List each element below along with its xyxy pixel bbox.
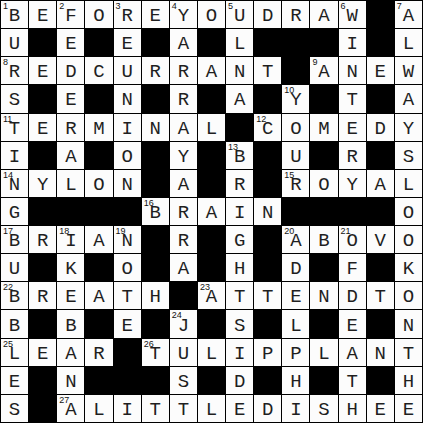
cell-letter: B <box>65 317 76 336</box>
cell-letter: T <box>403 345 414 364</box>
cell-letter: A <box>403 91 414 110</box>
letter-cell[interactable]: R <box>142 57 169 84</box>
cell-letter: E <box>9 373 20 392</box>
letter-cell[interactable]: I <box>114 114 141 141</box>
cell-letter: D <box>262 401 273 420</box>
letter-cell[interactable]: 27A <box>57 395 84 422</box>
cell-letter: A <box>318 63 329 82</box>
cell-letter: T <box>121 288 132 307</box>
letter-cell[interactable]: R <box>282 1 309 28</box>
letter-cell[interactable]: 17B <box>1 226 28 253</box>
letter-cell[interactable]: 6W <box>339 1 366 28</box>
letter-cell[interactable]: 9A <box>310 57 337 84</box>
letter-cell[interactable]: L <box>198 339 225 366</box>
cell-letter: K <box>65 260 76 279</box>
letter-cell[interactable]: O <box>85 1 112 28</box>
cell-letter: E <box>37 120 48 139</box>
cell-letter: R <box>65 120 76 139</box>
clue-number: 6 <box>341 1 346 11</box>
cell-letter: A <box>178 35 189 54</box>
letter-cell[interactable]: E <box>367 57 394 84</box>
letter-cell[interactable]: E <box>57 282 84 309</box>
cell-letter: H <box>150 288 161 307</box>
letter-cell[interactable]: T <box>395 339 422 366</box>
letter-cell[interactable]: D <box>226 367 253 394</box>
letter-cell[interactable]: E <box>339 310 366 337</box>
cell-letter: A <box>206 204 217 223</box>
letter-cell[interactable]: P <box>254 339 281 366</box>
letter-cell[interactable]: E <box>226 395 253 422</box>
cell-letter: S <box>234 317 245 336</box>
cell-letter: A <box>318 7 329 26</box>
black-cell <box>57 198 84 225</box>
letter-cell[interactable]: N <box>57 367 84 394</box>
letter-cell[interactable]: 16B <box>142 198 169 225</box>
letter-cell[interactable]: R <box>29 226 56 253</box>
cell-letter: H <box>346 401 357 420</box>
letter-cell[interactable]: A <box>367 170 394 197</box>
black-cell <box>254 142 281 169</box>
letter-cell[interactable]: K <box>57 254 84 281</box>
cell-letter: D <box>234 373 245 392</box>
letter-cell[interactable]: C <box>85 57 112 84</box>
letter-cell[interactable]: S <box>310 395 337 422</box>
letter-cell[interactable]: E <box>114 29 141 56</box>
black-cell <box>254 367 281 394</box>
letter-cell[interactable]: L <box>282 310 309 337</box>
black-cell <box>282 198 309 225</box>
letter-cell[interactable]: E <box>29 114 56 141</box>
cell-letter: B <box>318 232 329 251</box>
letter-cell[interactable]: E <box>282 282 309 309</box>
cell-letter: O <box>93 7 104 26</box>
letter-cell[interactable]: 12C <box>254 114 281 141</box>
cell-letter: A <box>206 63 217 82</box>
letter-cell[interactable]: M <box>310 114 337 141</box>
cell-letter: R <box>178 91 189 110</box>
letter-cell[interactable]: E <box>29 339 56 366</box>
clue-number: 11 <box>3 114 12 124</box>
cell-letter: C <box>93 63 104 82</box>
letter-cell[interactable]: Y <box>170 142 197 169</box>
black-cell <box>29 254 56 281</box>
black-cell <box>198 142 225 169</box>
black-cell <box>29 395 56 422</box>
letter-cell[interactable]: O <box>395 282 422 309</box>
letter-cell[interactable]: R <box>170 85 197 112</box>
letter-cell[interactable]: O <box>395 226 422 253</box>
black-cell <box>367 310 394 337</box>
letter-cell[interactable]: S <box>1 395 28 422</box>
clue-number: 24 <box>172 310 182 320</box>
letter-cell[interactable]: N <box>114 170 141 197</box>
letter-cell[interactable]: I <box>339 29 366 56</box>
black-cell <box>29 198 56 225</box>
cell-letter: A <box>65 345 76 364</box>
black-cell <box>29 29 56 56</box>
cell-letter: V <box>375 232 386 251</box>
black-cell <box>142 310 169 337</box>
letter-cell[interactable]: A <box>57 339 84 366</box>
clue-number: 8 <box>3 57 8 67</box>
letter-cell[interactable]: A <box>198 57 225 84</box>
letter-cell[interactable]: L <box>395 170 422 197</box>
letter-cell[interactable]: T <box>254 282 281 309</box>
letter-cell[interactable]: T <box>367 282 394 309</box>
cell-letter: T <box>150 401 161 420</box>
letter-cell[interactable]: E <box>57 29 84 56</box>
letter-cell[interactable]: I <box>282 395 309 422</box>
black-cell <box>198 170 225 197</box>
letter-cell[interactable]: 5U <box>226 1 253 28</box>
letter-cell[interactable]: V <box>367 226 394 253</box>
letter-cell[interactable]: L <box>57 170 84 197</box>
letter-cell[interactable]: T <box>339 85 366 112</box>
letter-cell[interactable]: H <box>142 282 169 309</box>
cell-letter: N <box>403 317 414 336</box>
letter-cell[interactable]: R <box>29 282 56 309</box>
cell-letter: E <box>375 401 386 420</box>
cell-letter: T <box>262 288 273 307</box>
cell-letter: R <box>234 176 245 195</box>
clue-number: 20 <box>284 226 294 236</box>
cell-letter: A <box>178 260 189 279</box>
letter-cell[interactable]: 4Y <box>170 1 197 28</box>
clue-number: 21 <box>341 226 351 236</box>
letter-cell[interactable]: L <box>198 395 225 422</box>
letter-cell[interactable]: I <box>226 339 253 366</box>
cell-letter: D <box>290 260 301 279</box>
letter-cell[interactable]: E <box>395 395 422 422</box>
cell-letter: L <box>206 120 217 139</box>
letter-cell[interactable]: E <box>29 1 56 28</box>
cell-letter: S <box>318 401 329 420</box>
letter-cell[interactable]: Y <box>29 170 56 197</box>
letter-cell[interactable]: O <box>198 1 225 28</box>
letter-cell[interactable]: 25L <box>1 339 28 366</box>
black-cell <box>254 170 281 197</box>
letter-cell[interactable]: D <box>254 1 281 28</box>
letter-cell[interactable]: B <box>1 310 28 337</box>
letter-cell[interactable]: A <box>310 1 337 28</box>
letter-cell[interactable]: H <box>395 367 422 394</box>
letter-cell[interactable]: H <box>282 367 309 394</box>
cell-letter: H <box>290 373 301 392</box>
letter-cell[interactable]: T <box>170 395 197 422</box>
cell-letter: R <box>121 7 132 26</box>
letter-cell[interactable]: L <box>198 114 225 141</box>
letter-cell[interactable]: N <box>395 310 422 337</box>
black-cell <box>367 254 394 281</box>
cell-letter: O <box>121 148 132 167</box>
cell-letter: E <box>290 288 301 307</box>
cell-letter: I <box>234 345 245 364</box>
black-cell <box>282 57 309 84</box>
letter-cell[interactable]: 2F <box>57 1 84 28</box>
letter-cell[interactable]: 19N <box>114 226 141 253</box>
clue-number: 2 <box>59 1 64 11</box>
cell-letter: E <box>65 35 76 54</box>
letter-cell[interactable]: G <box>1 198 28 225</box>
black-cell <box>29 85 56 112</box>
letter-cell[interactable]: B <box>310 226 337 253</box>
cell-letter: L <box>318 345 329 364</box>
letter-cell[interactable]: N <box>254 198 281 225</box>
black-cell <box>142 29 169 56</box>
letter-cell[interactable]: S <box>1 85 28 112</box>
letter-cell[interactable]: E <box>1 367 28 394</box>
black-cell <box>198 367 225 394</box>
letter-cell[interactable]: 18I <box>57 226 84 253</box>
letter-cell[interactable]: 20A <box>282 226 309 253</box>
letter-cell[interactable]: T <box>339 367 366 394</box>
black-cell <box>310 254 337 281</box>
letter-cell[interactable]: U <box>170 339 197 366</box>
letter-cell[interactable]: N <box>310 282 337 309</box>
letter-cell[interactable]: R <box>170 57 197 84</box>
letter-cell[interactable]: 10Y <box>282 85 309 112</box>
cell-letter: A <box>93 232 104 251</box>
letter-cell[interactable]: N <box>367 339 394 366</box>
letter-cell[interactable]: O <box>85 170 112 197</box>
black-cell <box>367 367 394 394</box>
letter-cell[interactable]: E <box>142 1 169 28</box>
clue-number: 27 <box>59 395 69 405</box>
black-cell <box>142 142 169 169</box>
letter-cell[interactable]: A <box>226 85 253 112</box>
cell-letter: U <box>234 7 245 26</box>
letter-cell[interactable]: A <box>85 226 112 253</box>
cell-letter: B <box>9 7 20 26</box>
letter-cell[interactable]: E <box>367 395 394 422</box>
black-cell <box>170 282 197 309</box>
letter-cell[interactable]: O <box>310 170 337 197</box>
cell-letter: Y <box>178 7 189 26</box>
clue-number: 10 <box>284 85 294 95</box>
letter-cell[interactable]: A <box>85 282 112 309</box>
black-cell <box>142 85 169 112</box>
cell-letter: R <box>9 63 20 82</box>
cell-letter: I <box>346 35 357 54</box>
clue-number: 1 <box>3 1 8 11</box>
cell-letter: N <box>318 288 329 307</box>
letter-cell[interactable]: A <box>395 85 422 112</box>
black-cell <box>29 142 56 169</box>
letter-cell[interactable]: R <box>226 170 253 197</box>
cell-letter: E <box>37 345 48 364</box>
cell-letter: S <box>178 373 189 392</box>
cell-letter: G <box>234 232 245 251</box>
cell-letter: D <box>65 63 76 82</box>
letter-cell[interactable]: U <box>1 254 28 281</box>
cell-letter: T <box>178 401 189 420</box>
black-cell <box>310 367 337 394</box>
letter-cell[interactable]: E <box>339 114 366 141</box>
letter-cell[interactable]: A <box>339 339 366 366</box>
letter-cell[interactable]: Y <box>339 170 366 197</box>
letter-cell[interactable]: 3R <box>114 1 141 28</box>
letter-cell[interactable]: A <box>170 29 197 56</box>
cell-letter: E <box>121 35 132 54</box>
cell-letter: R <box>150 63 161 82</box>
letter-cell[interactable]: 21O <box>339 226 366 253</box>
letter-cell[interactable]: E <box>29 57 56 84</box>
black-cell <box>282 29 309 56</box>
letter-cell[interactable]: U <box>282 142 309 169</box>
cell-letter: T <box>346 373 357 392</box>
letter-cell[interactable]: G <box>226 226 253 253</box>
cell-letter: N <box>346 63 357 82</box>
cell-letter: L <box>290 317 301 336</box>
letter-cell[interactable]: 8R <box>1 57 28 84</box>
letter-cell[interactable]: L <box>310 339 337 366</box>
letter-cell[interactable]: 23A <box>198 282 225 309</box>
letter-cell[interactable]: 22B <box>1 282 28 309</box>
cell-letter: M <box>93 120 104 139</box>
cell-letter: N <box>121 176 132 195</box>
letter-cell[interactable]: R <box>339 142 366 169</box>
letter-cell[interactable]: A <box>198 198 225 225</box>
cell-letter: S <box>9 401 20 420</box>
letter-cell[interactable]: D <box>254 395 281 422</box>
letter-cell[interactable]: 13B <box>226 142 253 169</box>
cell-letter: F <box>65 7 76 26</box>
clue-number: 3 <box>116 1 121 11</box>
cell-letter: U <box>290 148 301 167</box>
letter-cell[interactable]: L <box>395 29 422 56</box>
letter-cell[interactable]: A <box>170 254 197 281</box>
letter-cell[interactable]: S <box>170 367 197 394</box>
cell-letter: A <box>375 176 386 195</box>
letter-cell[interactable]: R <box>170 226 197 253</box>
cell-letter: W <box>403 63 414 82</box>
black-cell <box>254 254 281 281</box>
letter-cell[interactable]: N <box>114 85 141 112</box>
letter-cell[interactable]: A <box>57 142 84 169</box>
letter-cell[interactable]: I <box>226 198 253 225</box>
letter-cell[interactable]: T <box>142 395 169 422</box>
clue-number: 13 <box>228 142 238 152</box>
letter-cell[interactable]: D <box>367 114 394 141</box>
letter-cell[interactable]: N <box>226 57 253 84</box>
letter-cell[interactable]: E <box>57 85 84 112</box>
letter-cell[interactable]: R <box>170 198 197 225</box>
letter-cell[interactable]: O <box>114 142 141 169</box>
cell-letter: A <box>346 345 357 364</box>
letter-cell[interactable]: D <box>339 282 366 309</box>
letter-cell[interactable]: O <box>282 114 309 141</box>
cell-letter: L <box>206 401 217 420</box>
clue-number: 17 <box>3 226 13 236</box>
clue-number: 15 <box>284 170 294 180</box>
cell-letter: O <box>403 232 414 251</box>
cell-letter: O <box>403 204 414 223</box>
letter-cell[interactable]: K <box>395 254 422 281</box>
letter-cell[interactable]: S <box>226 310 253 337</box>
black-cell <box>339 198 366 225</box>
letter-cell[interactable]: 11T <box>1 114 28 141</box>
letter-cell[interactable]: A <box>170 170 197 197</box>
cell-letter: H <box>403 373 414 392</box>
cell-letter: O <box>206 7 217 26</box>
cell-letter: E <box>37 63 48 82</box>
letter-cell[interactable]: N <box>339 57 366 84</box>
cell-letter: E <box>121 317 132 336</box>
letter-cell[interactable]: 15R <box>282 170 309 197</box>
letter-cell[interactable]: R <box>85 339 112 366</box>
cell-letter: A <box>403 7 414 26</box>
cell-letter: A <box>178 120 189 139</box>
letter-cell[interactable]: 24J <box>170 310 197 337</box>
black-cell <box>198 226 225 253</box>
cell-letter: E <box>403 401 414 420</box>
letter-cell[interactable]: M <box>85 114 112 141</box>
letter-cell[interactable]: T <box>114 282 141 309</box>
letter-cell[interactable]: D <box>57 57 84 84</box>
letter-cell[interactable]: E <box>114 310 141 337</box>
black-cell <box>142 170 169 197</box>
cell-letter: Y <box>178 148 189 167</box>
cell-letter: U <box>121 63 132 82</box>
cell-letter: A <box>93 288 104 307</box>
letter-cell[interactable]: U <box>1 29 28 56</box>
clue-number: 26 <box>144 339 154 349</box>
cell-letter: W <box>346 7 357 26</box>
letter-cell[interactable]: L <box>226 29 253 56</box>
cell-letter: N <box>65 373 76 392</box>
cell-letter: E <box>65 288 76 307</box>
letter-cell[interactable]: L <box>85 395 112 422</box>
letter-cell[interactable]: H <box>339 395 366 422</box>
letter-cell[interactable]: 26T <box>142 339 169 366</box>
letter-cell[interactable]: S <box>395 142 422 169</box>
letter-cell[interactable]: U <box>114 57 141 84</box>
letter-cell[interactable]: B <box>57 310 84 337</box>
letter-cell[interactable]: H <box>226 254 253 281</box>
letter-cell[interactable]: I <box>114 395 141 422</box>
letter-cell[interactable]: O <box>395 198 422 225</box>
letter-cell[interactable]: F <box>339 254 366 281</box>
letter-cell[interactable]: P <box>282 339 309 366</box>
clue-number: 7 <box>397 1 402 11</box>
letter-cell[interactable]: 7A <box>395 1 422 28</box>
cell-letter: K <box>403 260 414 279</box>
cell-letter: G <box>9 204 20 223</box>
cell-letter: U <box>9 35 20 54</box>
letter-cell[interactable]: R <box>57 114 84 141</box>
black-cell <box>198 310 225 337</box>
letter-cell[interactable]: T <box>226 282 253 309</box>
letter-cell[interactable]: 14N <box>1 170 28 197</box>
letter-cell[interactable]: I <box>1 142 28 169</box>
letter-cell[interactable]: D <box>282 254 309 281</box>
cell-letter: R <box>178 204 189 223</box>
letter-cell[interactable]: A <box>170 114 197 141</box>
letter-cell[interactable]: O <box>114 254 141 281</box>
cell-letter: N <box>234 63 245 82</box>
cell-letter: N <box>121 91 132 110</box>
letter-cell[interactable]: 1B <box>1 1 28 28</box>
black-cell <box>367 198 394 225</box>
cell-letter: L <box>403 35 414 54</box>
letter-cell[interactable]: T <box>254 57 281 84</box>
cell-letter: O <box>93 176 104 195</box>
letter-cell[interactable]: Y <box>395 114 422 141</box>
letter-cell[interactable]: W <box>395 57 422 84</box>
clue-number: 25 <box>3 339 13 349</box>
cell-letter: F <box>346 260 357 279</box>
letter-cell[interactable]: N <box>142 114 169 141</box>
